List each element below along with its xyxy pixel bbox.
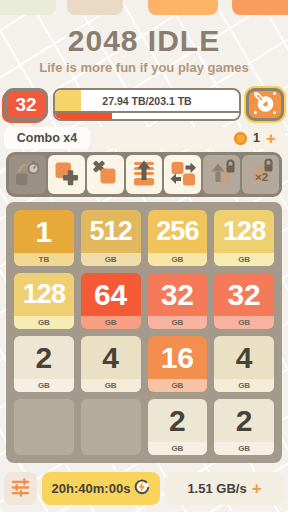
tile-32gb-6[interactable]: 32GB bbox=[148, 273, 208, 329]
tile-unit: GB bbox=[81, 316, 141, 329]
decor-tile bbox=[148, 0, 218, 15]
tile-unit: GB bbox=[214, 379, 274, 392]
buffer-progress bbox=[55, 111, 239, 119]
tile-4gb-9[interactable]: 4GB bbox=[81, 336, 141, 392]
boost-timer-button[interactable]: 20h:40m:00s bbox=[42, 472, 160, 505]
tile-unit: GB bbox=[214, 316, 274, 329]
swap-tiles-button[interactable] bbox=[164, 155, 201, 194]
board-grid: 1TB512GB256GB128GB128GB64GB32GB32GB2GB4G… bbox=[6, 202, 282, 463]
tile-value: 256 bbox=[148, 210, 208, 253]
boost-lightning-icon bbox=[134, 479, 150, 498]
coin-icon bbox=[234, 132, 247, 145]
tile-128gb-4[interactable]: 128GB bbox=[14, 273, 74, 329]
tile-unit: TB bbox=[14, 253, 74, 266]
tile-value: 128 bbox=[14, 273, 74, 316]
storage-progress: 27.94 TB/203.1 TB bbox=[53, 88, 241, 121]
add-tile-button[interactable] bbox=[48, 155, 85, 194]
locked-upgrade-icon bbox=[207, 158, 237, 191]
app-screen: 2048 IDLE Life is more fun if you play g… bbox=[0, 0, 288, 512]
max-tile-badge: 32 bbox=[4, 88, 48, 121]
remove-tile-icon bbox=[90, 158, 120, 191]
tile-value: 4 bbox=[81, 336, 141, 379]
combo-badge: Combo x4 bbox=[4, 127, 90, 149]
tile-unit: GB bbox=[148, 253, 208, 266]
boost-timer-label: 20h:40m:00s bbox=[52, 481, 131, 496]
tile-unit: GB bbox=[214, 442, 274, 455]
combo-row: Combo x4 1 + bbox=[4, 127, 284, 149]
lock-x2-icon: ×2 bbox=[246, 158, 276, 191]
disk-upgrade-button[interactable] bbox=[246, 88, 284, 121]
tile-unit: GB bbox=[14, 379, 74, 392]
board-cell-empty bbox=[81, 399, 141, 455]
upgrade-locked-button[interactable] bbox=[203, 155, 240, 194]
speed-label: 1.51 GB/s bbox=[187, 481, 246, 496]
rewind-time-icon bbox=[12, 158, 42, 191]
tile-unit: GB bbox=[214, 253, 274, 266]
sliders-icon bbox=[10, 477, 31, 501]
rewind-time-button[interactable] bbox=[9, 155, 46, 194]
storage-progress-top: 27.94 TB/203.1 TB bbox=[55, 90, 239, 111]
score-row: 32 27.94 TB/203.1 TB bbox=[4, 88, 284, 121]
tile-2gb-14[interactable]: 2GB bbox=[148, 399, 208, 455]
tile-unit: GB bbox=[148, 379, 208, 392]
coin-counter: 1 + bbox=[96, 127, 284, 149]
tile-unit: GB bbox=[81, 379, 141, 392]
tile-32gb-7[interactable]: 32GB bbox=[214, 273, 274, 329]
hard-disk-icon bbox=[252, 90, 278, 119]
tile-64gb-5[interactable]: 64GB bbox=[81, 273, 141, 329]
decor-tile bbox=[67, 0, 123, 15]
storage-label: 27.94 TB/203.1 TB bbox=[102, 95, 191, 107]
tile-256gb-2[interactable]: 256GB bbox=[148, 210, 208, 266]
settings-button[interactable] bbox=[4, 472, 37, 505]
coin-count: 1 bbox=[253, 131, 260, 145]
add-coin-button[interactable]: + bbox=[266, 130, 276, 147]
tile-value: 32 bbox=[148, 273, 208, 316]
powerup-toolbar: ×2 bbox=[6, 152, 282, 197]
tile-value: 1 bbox=[14, 210, 74, 253]
tile-unit: GB bbox=[148, 442, 208, 455]
speed-upgrade-button[interactable]: 1.51 GB/s + bbox=[165, 472, 284, 505]
tile-unit: GB bbox=[14, 316, 74, 329]
tile-4gb-11[interactable]: 4GB bbox=[214, 336, 274, 392]
tile-unit: GB bbox=[148, 316, 208, 329]
x2-locked-button[interactable]: ×2 bbox=[242, 155, 279, 194]
tile-value: 2 bbox=[14, 336, 74, 379]
tile-2gb-15[interactable]: 2GB bbox=[214, 399, 274, 455]
app-title: 2048 IDLE bbox=[0, 24, 288, 58]
decor-tile bbox=[0, 0, 56, 15]
x2-label: ×2 bbox=[255, 171, 268, 183]
tile-value: 2 bbox=[214, 399, 274, 442]
tile-16gb-10[interactable]: 16GB bbox=[148, 336, 208, 392]
upgrade-spawn-icon bbox=[129, 158, 159, 191]
swap-tiles-icon bbox=[168, 158, 198, 191]
tile-value: 4 bbox=[214, 336, 274, 379]
tile-128gb-3[interactable]: 128GB bbox=[214, 210, 274, 266]
app-subtitle: Life is more fun if you play games bbox=[0, 60, 288, 75]
upgrade-spawn-button[interactable] bbox=[126, 155, 163, 194]
tile-value: 128 bbox=[214, 210, 274, 253]
tile-unit: GB bbox=[81, 253, 141, 266]
remove-tile-button[interactable] bbox=[87, 155, 124, 194]
tile-value: 64 bbox=[81, 273, 141, 316]
tile-value: 32 bbox=[214, 273, 274, 316]
buffer-fill bbox=[55, 113, 112, 119]
decor-tile bbox=[232, 0, 288, 15]
tile-value: 16 bbox=[148, 336, 208, 379]
plus-icon: + bbox=[252, 480, 262, 497]
board-cell-empty bbox=[14, 399, 74, 455]
footer-bar: 20h:40m:00s 1.51 GB/s + bbox=[4, 472, 284, 505]
tile-512gb-1[interactable]: 512GB bbox=[81, 210, 141, 266]
tile-value: 2 bbox=[148, 399, 208, 442]
add-tile-icon bbox=[51, 158, 81, 191]
tile-2gb-8[interactable]: 2GB bbox=[14, 336, 74, 392]
tile-1tb-0[interactable]: 1TB bbox=[14, 210, 74, 266]
storage-fill bbox=[55, 90, 81, 111]
tile-value: 512 bbox=[81, 210, 141, 253]
